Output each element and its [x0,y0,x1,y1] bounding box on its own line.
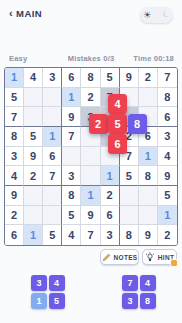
cell-r1c7[interactable]: 9 [120,68,139,88]
tray-tile-1[interactable]: 1 [31,293,47,309]
cell-r4c2[interactable]: 5 [24,127,43,147]
cell-r9c7[interactable]: 8 [120,225,139,245]
cell-r4c3[interactable]: 1 [43,127,62,147]
cell-r3c3[interactable] [43,107,62,127]
cell-r1c8[interactable]: 2 [139,68,158,88]
cell-r2c3[interactable] [43,88,62,108]
cell-r2c8[interactable] [139,88,158,108]
lightbulb-icon [145,252,155,263]
tray-tile-7[interactable]: 7 [122,275,138,291]
sudoku-board: 1436859275127879368517263396714427315899… [4,67,178,246]
cell-r2c4[interactable]: 1 [62,88,81,108]
pencil-icon [102,253,111,262]
cell-r5c3[interactable]: 6 [43,147,62,167]
cell-r6c3[interactable]: 7 [43,166,62,186]
cell-r9c3[interactable]: 5 [43,225,62,245]
cell-r8c6[interactable]: 6 [101,206,120,226]
cell-r3c2[interactable] [24,107,43,127]
cell-r5c5[interactable] [81,147,100,167]
cell-r7c4[interactable]: 8 [62,186,81,206]
cell-r8c1[interactable]: 2 [5,206,24,226]
cell-r2c9[interactable]: 8 [158,88,177,108]
cell-r9c6[interactable]: 3 [101,225,120,245]
cell-r9c8[interactable]: 9 [139,225,158,245]
cell-r6c6[interactable]: 1 [101,166,120,186]
status-bar: Easy Mistakes 0/3 Time 00:18 [0,54,182,64]
cell-r1c9[interactable]: 7 [158,68,177,88]
tray-tile-4[interactable]: 4 [140,275,156,291]
cell-r7c5[interactable]: 1 [81,186,100,206]
cell-r1c2[interactable]: 4 [24,68,43,88]
back-button[interactable]: ‹ MAIN [9,8,42,19]
cell-r6c2[interactable]: 2 [24,166,43,186]
tray-tile-4[interactable]: 4 [49,275,65,291]
cell-r7c2[interactable] [24,186,43,206]
cell-r6c8[interactable]: 8 [139,166,158,186]
cell-r7c6[interactable]: 2 [101,186,120,206]
timer: Time 00:18 [133,54,174,63]
cell-r8c9[interactable]: 1 [158,206,177,226]
cell-r6c7[interactable]: 5 [120,166,139,186]
cell-r7c3[interactable] [43,186,62,206]
cell-r6c1[interactable]: 4 [5,166,24,186]
cell-r6c4[interactable]: 3 [62,166,81,186]
notes-button[interactable]: NOTES [100,249,139,265]
drag-piece-tile[interactable]: 5 [108,114,127,134]
cell-r4c9[interactable]: 3 [158,127,177,147]
cell-r2c2[interactable] [24,88,43,108]
mistakes-label: Mistakes [68,54,101,63]
cell-r7c1[interactable]: 9 [5,186,24,206]
cell-r7c7[interactable] [120,186,139,206]
sun-icon: ☀ [143,10,151,20]
tray-piece-1[interactable]: 3415 [31,275,65,309]
cell-r6c5[interactable] [81,166,100,186]
cell-r8c2[interactable] [24,206,43,226]
tray-tile-3[interactable]: 3 [31,275,47,291]
cell-r4c1[interactable]: 8 [5,127,24,147]
time-label: Time [133,54,151,63]
cell-r2c1[interactable]: 5 [5,88,24,108]
cell-r9c4[interactable]: 4 [62,225,81,245]
cell-r8c7[interactable] [120,206,139,226]
cell-r1c1[interactable]: 1 [5,68,24,88]
moon-icon: ☾ [161,9,172,21]
time-value: 00:18 [154,54,174,63]
cell-r5c4[interactable] [62,147,81,167]
cell-r5c1[interactable]: 3 [5,147,24,167]
tray-tile-5[interactable]: 5 [49,293,65,309]
cell-r9c2[interactable]: 1 [24,225,43,245]
cell-r6c9[interactable]: 9 [158,166,177,186]
hint-badge [170,259,178,267]
cell-r9c1[interactable]: 6 [5,225,24,245]
tray-tile-8[interactable]: 8 [140,293,156,309]
cell-r8c4[interactable]: 5 [62,206,81,226]
cell-r8c5[interactable]: 9 [81,206,100,226]
cell-r3c1[interactable]: 7 [5,107,24,127]
cell-r9c9[interactable]: 2 [158,225,177,245]
cell-r7c9[interactable]: 5 [158,186,177,206]
cell-r4c4[interactable]: 7 [62,127,81,147]
cell-r1c3[interactable]: 3 [43,68,62,88]
drag-piece-tile[interactable]: 8 [128,114,147,134]
mistakes-value: 0/3 [103,54,114,63]
cell-r3c9[interactable]: 6 [158,107,177,127]
drag-piece-tile[interactable]: 4 [108,94,127,114]
cell-r5c2[interactable]: 9 [24,147,43,167]
back-label: MAIN [16,8,42,19]
tray-tile-3[interactable]: 3 [122,293,138,309]
cell-r7c8[interactable] [139,186,158,206]
cell-r8c3[interactable] [43,206,62,226]
theme-toggle[interactable]: ☀ ☾ [140,7,173,23]
notes-label: NOTES [114,254,138,261]
cell-r9c5[interactable]: 7 [81,225,100,245]
cell-r3c4[interactable]: 9 [62,107,81,127]
drag-piece-tile[interactable]: 2 [89,114,108,134]
sudoku-app: ‹ MAIN ☀ ☾ Easy Mistakes 0/3 Time 00:18 … [0,0,182,323]
cell-r2c5[interactable]: 2 [81,88,100,108]
cell-r1c6[interactable]: 5 [101,68,120,88]
cell-r5c9[interactable]: 4 [158,147,177,167]
cell-r1c5[interactable]: 8 [81,68,100,88]
cell-r1c4[interactable]: 6 [62,68,81,88]
cell-r5c8[interactable]: 1 [139,147,158,167]
tray-piece-2[interactable]: 7438 [122,275,156,309]
hint-button[interactable]: HINT [142,249,177,265]
drag-piece-tile[interactable]: 6 [108,134,127,154]
cell-r8c8[interactable] [139,206,158,226]
back-chevron-icon: ‹ [9,9,13,18]
